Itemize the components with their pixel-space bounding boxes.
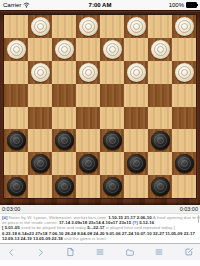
square-0-7[interactable] bbox=[172, 15, 196, 38]
chevron-left-icon bbox=[7, 247, 16, 258]
white-piece[interactable] bbox=[127, 17, 146, 36]
list-icon bbox=[95, 247, 105, 257]
square-5-0[interactable] bbox=[4, 129, 28, 152]
white-piece[interactable] bbox=[175, 17, 194, 36]
black-piece[interactable] bbox=[103, 177, 122, 196]
square-4-7[interactable] bbox=[172, 107, 196, 130]
square-7-2[interactable] bbox=[52, 175, 76, 198]
square-2-6[interactable] bbox=[148, 61, 172, 84]
square-0-5[interactable] bbox=[124, 15, 148, 38]
move-list-button[interactable] bbox=[94, 246, 106, 258]
notes-text: [#] Notes by W. Lyman, Webmaster, wiiche… bbox=[2, 215, 197, 241]
black-piece[interactable] bbox=[55, 131, 74, 150]
square-0-0[interactable] bbox=[4, 15, 28, 38]
square-2-3[interactable] bbox=[76, 61, 100, 84]
black-piece[interactable] bbox=[103, 131, 122, 150]
white-piece[interactable] bbox=[175, 63, 194, 82]
square-4-2[interactable] bbox=[52, 107, 76, 130]
previous-move-button[interactable] bbox=[5, 246, 17, 258]
bottom-strip bbox=[0, 260, 200, 266]
square-6-4[interactable] bbox=[100, 152, 124, 175]
edit-button[interactable] bbox=[183, 246, 195, 258]
status-bar: Carrier 7:00 AM 100% bbox=[0, 0, 200, 10]
square-6-3[interactable] bbox=[76, 152, 100, 175]
square-2-1[interactable] bbox=[28, 61, 52, 84]
white-piece[interactable] bbox=[127, 63, 146, 82]
square-6-7[interactable] bbox=[172, 152, 196, 175]
chevron-right-icon bbox=[36, 247, 45, 258]
toolbar bbox=[0, 243, 200, 260]
square-6-1[interactable] bbox=[28, 152, 52, 175]
square-5-6[interactable] bbox=[148, 129, 172, 152]
black-piece[interactable] bbox=[7, 177, 26, 196]
square-0-3[interactable] bbox=[76, 15, 100, 38]
square-1-1[interactable] bbox=[28, 38, 52, 61]
square-1-5[interactable] bbox=[124, 38, 148, 61]
square-5-3[interactable] bbox=[76, 129, 100, 152]
square-3-2[interactable] bbox=[52, 84, 76, 107]
square-0-2[interactable] bbox=[52, 15, 76, 38]
square-2-0[interactable] bbox=[4, 61, 28, 84]
square-2-7[interactable] bbox=[172, 61, 196, 84]
black-piece[interactable] bbox=[7, 131, 26, 150]
white-piece[interactable] bbox=[31, 17, 50, 36]
square-7-5[interactable] bbox=[124, 175, 148, 198]
board-frame bbox=[0, 10, 200, 205]
square-3-0[interactable] bbox=[4, 84, 28, 107]
open-game-button[interactable] bbox=[124, 246, 136, 258]
white-piece[interactable] bbox=[151, 40, 170, 59]
right-clock: 0:03:00 bbox=[180, 206, 198, 212]
square-1-0[interactable] bbox=[4, 38, 28, 61]
square-4-5[interactable] bbox=[124, 107, 148, 130]
square-5-5[interactable] bbox=[124, 129, 148, 152]
square-3-3[interactable] bbox=[76, 84, 100, 107]
square-4-3[interactable] bbox=[76, 107, 100, 130]
square-4-6[interactable] bbox=[148, 107, 172, 130]
square-6-0[interactable] bbox=[4, 152, 28, 175]
square-0-1[interactable] bbox=[28, 15, 52, 38]
black-piece[interactable] bbox=[127, 154, 146, 173]
square-0-6[interactable] bbox=[148, 15, 172, 38]
list-icon bbox=[154, 247, 164, 257]
notes-scrollbar[interactable] bbox=[198, 215, 199, 223]
square-6-5[interactable] bbox=[124, 152, 148, 175]
square-6-6[interactable] bbox=[148, 152, 172, 175]
black-piece[interactable] bbox=[151, 131, 170, 150]
square-4-0[interactable] bbox=[4, 107, 28, 130]
square-4-4[interactable] bbox=[100, 107, 124, 130]
square-0-4[interactable] bbox=[100, 15, 124, 38]
white-piece[interactable] bbox=[31, 63, 50, 82]
games-list-button[interactable] bbox=[153, 246, 165, 258]
clock-time: 7:00 AM bbox=[0, 2, 200, 8]
new-game-button[interactable] bbox=[64, 246, 76, 258]
note-line: 12.09-13 24-19 13.05-09 22-18 and the ga… bbox=[2, 236, 197, 241]
battery-icon bbox=[186, 2, 197, 8]
square-1-2[interactable] bbox=[52, 38, 76, 61]
square-1-3[interactable] bbox=[76, 38, 100, 61]
square-7-7[interactable] bbox=[172, 175, 196, 198]
square-2-5[interactable] bbox=[124, 61, 148, 84]
square-5-7[interactable] bbox=[172, 129, 196, 152]
square-1-4[interactable] bbox=[100, 38, 124, 61]
black-piece[interactable] bbox=[79, 154, 98, 173]
black-piece[interactable] bbox=[151, 177, 170, 196]
clock-row: 0:03:00 0:03:00 bbox=[0, 205, 200, 214]
next-move-button[interactable] bbox=[35, 246, 47, 258]
square-6-2[interactable] bbox=[52, 152, 76, 175]
white-piece[interactable] bbox=[7, 40, 26, 59]
square-2-2[interactable] bbox=[52, 61, 76, 84]
compose-icon bbox=[184, 247, 194, 257]
square-7-4[interactable] bbox=[100, 175, 124, 198]
square-2-4[interactable] bbox=[100, 61, 124, 84]
square-7-0[interactable] bbox=[4, 175, 28, 198]
white-piece[interactable] bbox=[79, 17, 98, 36]
document-icon bbox=[66, 247, 75, 257]
square-7-3[interactable] bbox=[76, 175, 100, 198]
square-5-4[interactable] bbox=[100, 129, 124, 152]
square-3-1[interactable] bbox=[28, 84, 52, 107]
square-3-6[interactable] bbox=[148, 84, 172, 107]
notes-panel[interactable]: [#] Notes by W. Lyman, Webmaster, wiiche… bbox=[0, 214, 200, 243]
black-piece[interactable] bbox=[31, 154, 50, 173]
square-3-5[interactable] bbox=[124, 84, 148, 107]
square-3-4[interactable] bbox=[100, 84, 124, 107]
square-7-1[interactable] bbox=[28, 175, 52, 198]
square-5-1[interactable] bbox=[28, 129, 52, 152]
square-1-6[interactable] bbox=[148, 38, 172, 61]
board bbox=[4, 15, 196, 198]
folder-icon bbox=[125, 248, 135, 257]
square-5-2[interactable] bbox=[52, 129, 76, 152]
black-piece[interactable] bbox=[175, 154, 194, 173]
square-3-7[interactable] bbox=[172, 84, 196, 107]
square-4-1[interactable] bbox=[28, 107, 52, 130]
white-piece[interactable] bbox=[55, 40, 74, 59]
square-1-7[interactable] bbox=[172, 38, 196, 61]
left-clock: 0:03:00 bbox=[2, 206, 20, 212]
black-piece[interactable] bbox=[55, 177, 74, 196]
white-piece[interactable] bbox=[79, 63, 98, 82]
square-7-6[interactable] bbox=[148, 175, 172, 198]
white-piece[interactable] bbox=[103, 40, 122, 59]
